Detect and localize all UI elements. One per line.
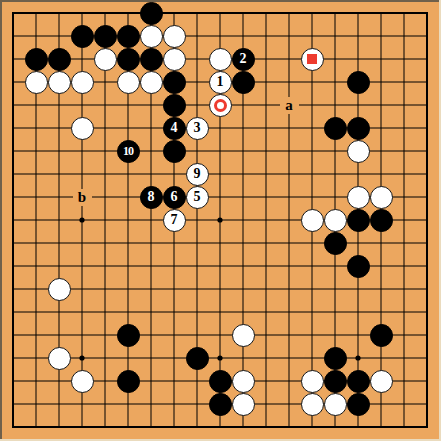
move-number: 5 [194,190,201,204]
white-stone [71,370,94,393]
white-stone [48,71,71,94]
white-stone-move-1: 1 [209,71,232,94]
white-stone [25,71,48,94]
black-stone [370,324,393,347]
white-stone [232,370,255,393]
white-stone [301,393,324,416]
black-stone [370,209,393,232]
white-stone-move-9: 9 [186,163,209,186]
move-number: 10 [123,145,133,157]
move-number: 2 [240,52,247,66]
white-stone [140,25,163,48]
move-number: 1 [217,75,224,89]
black-stone-move-6: 6 [163,186,186,209]
move-number: 4 [171,121,178,135]
white-stone [347,186,370,209]
white-stone [209,94,232,117]
white-stone [347,140,370,163]
black-stone-move-8: 8 [140,186,163,209]
black-stone-move-2: 2 [232,48,255,71]
black-stone [209,370,232,393]
stones-layer: ab21431098657 [2,2,439,439]
black-stone [347,209,370,232]
point-label-a: a [280,97,299,114]
white-stone [94,48,117,71]
white-stone-move-7: 7 [163,209,186,232]
black-stone [117,48,140,71]
move-number: 8 [148,190,155,204]
black-stone [324,347,347,370]
black-stone [347,255,370,278]
white-stone [370,370,393,393]
white-stone [71,71,94,94]
white-stone [209,48,232,71]
white-stone [71,117,94,140]
circle-mark-icon [214,99,227,112]
black-stone [324,117,347,140]
square-mark-icon [307,54,317,64]
black-stone [117,324,140,347]
black-stone [48,48,71,71]
white-stone [117,71,140,94]
point-label-b: b [73,189,92,206]
black-stone [163,140,186,163]
black-stone-move-4: 4 [163,117,186,140]
black-stone [163,94,186,117]
white-stone [48,347,71,370]
black-stone [71,25,94,48]
black-stone [347,71,370,94]
board-edge-left [0,0,2,441]
black-stone [94,25,117,48]
black-stone [347,393,370,416]
move-number: 7 [171,213,178,227]
white-stone [301,209,324,232]
move-number: 6 [171,190,178,204]
white-stone [324,393,347,416]
white-stone [324,209,347,232]
black-stone [25,48,48,71]
black-stone [140,48,163,71]
black-stone [324,370,347,393]
white-stone [370,186,393,209]
white-stone-move-3: 3 [186,117,209,140]
black-stone [140,2,163,25]
black-stone [347,117,370,140]
white-stone [163,48,186,71]
black-stone [186,347,209,370]
go-board: ab21431098657 [0,0,441,441]
black-stone [324,232,347,255]
black-stone-move-10: 10 [117,140,140,163]
black-stone [347,370,370,393]
white-stone [140,71,163,94]
white-stone [232,393,255,416]
white-stone-move-5: 5 [186,186,209,209]
move-number: 3 [194,121,201,135]
white-stone [301,48,324,71]
black-stone [232,71,255,94]
black-stone [163,71,186,94]
white-stone [48,278,71,301]
black-stone [209,393,232,416]
white-stone [232,324,255,347]
white-stone [301,370,324,393]
black-stone [117,25,140,48]
black-stone [117,370,140,393]
white-stone [163,25,186,48]
board-edge-top [0,0,441,2]
move-number: 9 [194,167,201,181]
